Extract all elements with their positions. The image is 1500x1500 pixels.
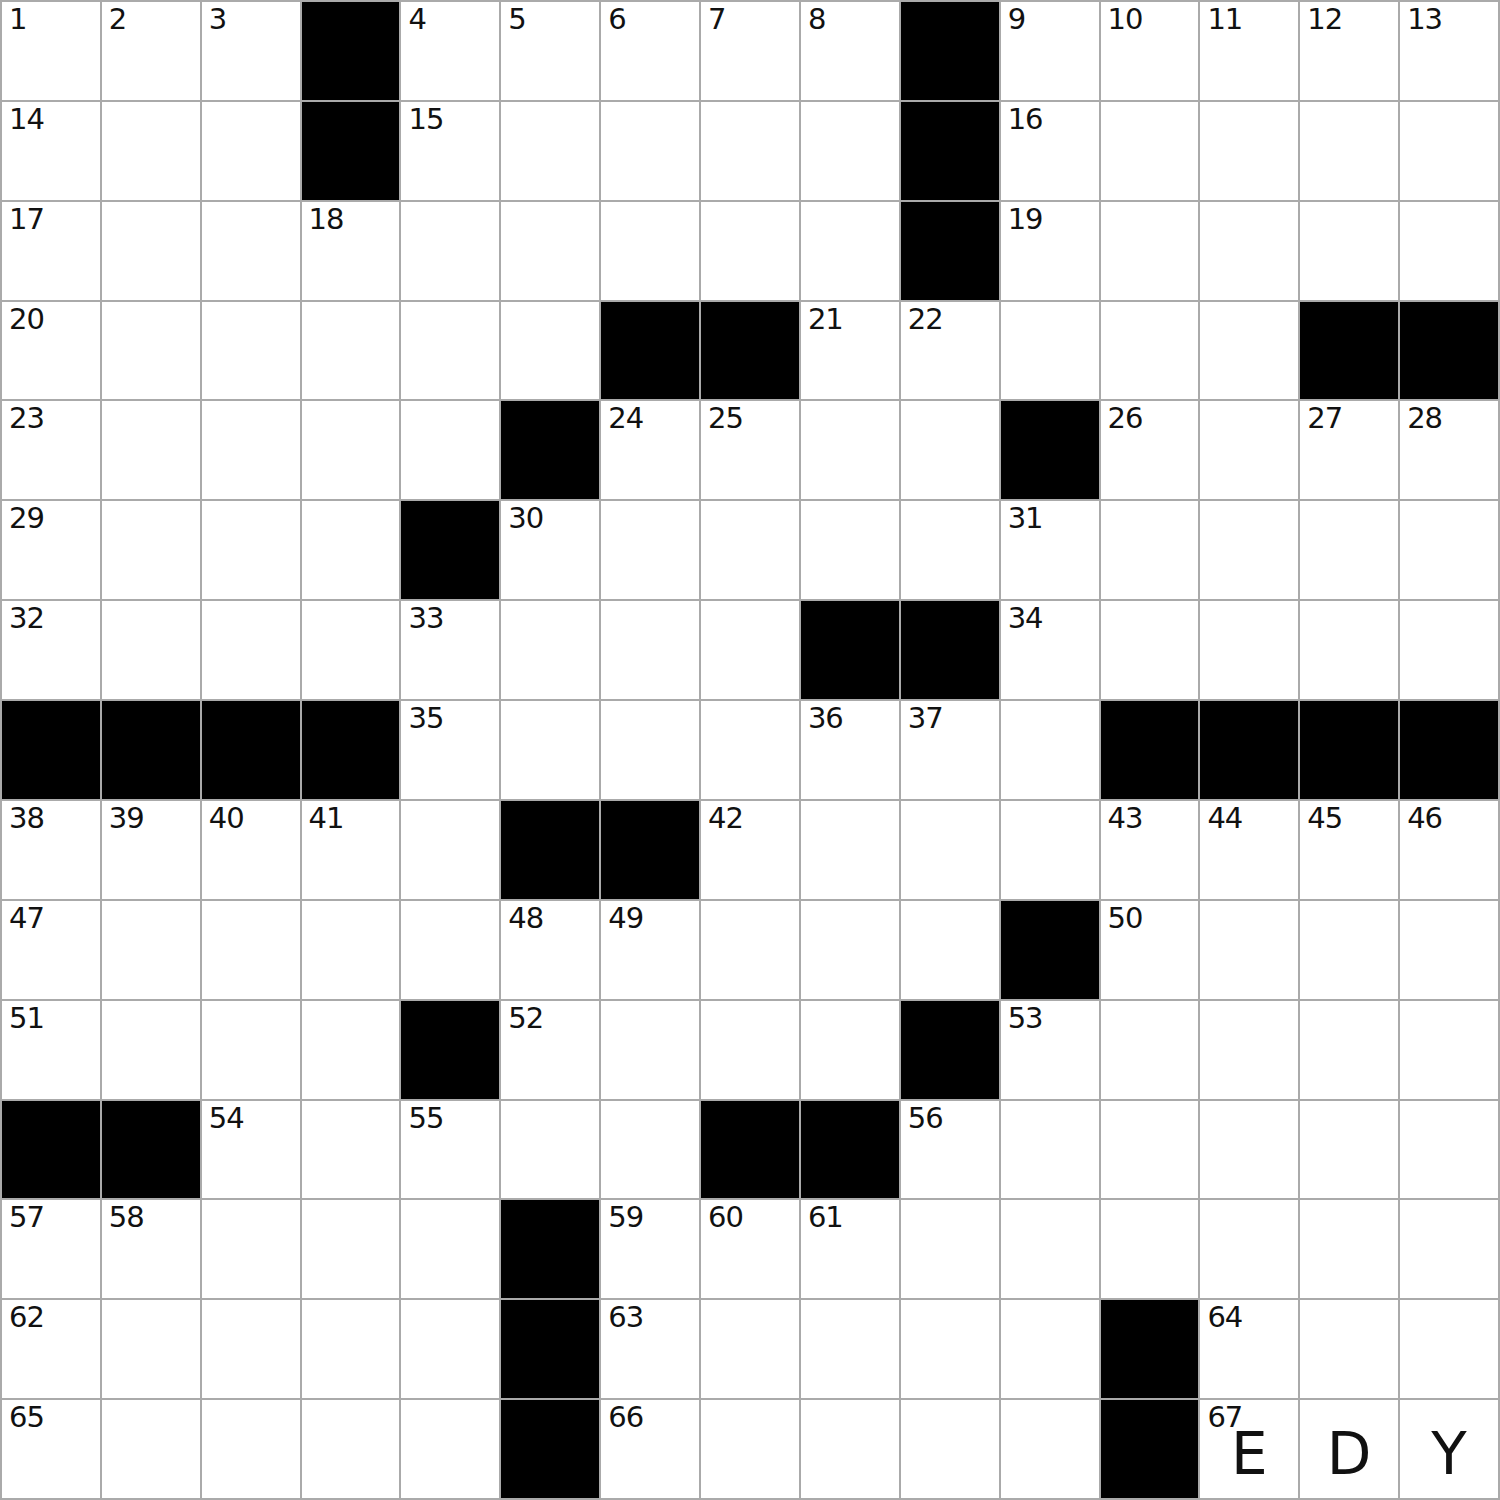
white-cell[interactable]: 1 (2, 2, 100, 100)
white-cell[interactable]: 42 (701, 801, 799, 899)
white-cell[interactable]: 33 (401, 601, 499, 699)
clue-number: 53 (1008, 1003, 1043, 1035)
white-cell[interactable] (302, 1400, 400, 1498)
white-cell[interactable] (302, 1101, 400, 1199)
clue-number: 66 (608, 1402, 643, 1434)
white-cell[interactable] (1001, 302, 1099, 400)
white-cell[interactable] (901, 1400, 999, 1498)
clue-number: 31 (1008, 503, 1043, 535)
clue-number: 19 (1008, 204, 1043, 236)
black-cell (1400, 701, 1498, 799)
white-cell[interactable] (801, 202, 899, 300)
white-cell[interactable] (1300, 202, 1398, 300)
white-cell[interactable] (801, 1400, 899, 1498)
white-cell[interactable] (401, 1400, 499, 1498)
white-cell[interactable]: 25 (701, 401, 799, 499)
black-cell (501, 401, 599, 499)
clue-number: 40 (209, 803, 244, 835)
black-cell (701, 1101, 799, 1199)
white-cell[interactable] (202, 1001, 300, 1099)
clue-number: 64 (1207, 1302, 1242, 1334)
white-cell[interactable] (102, 1300, 200, 1398)
white-cell[interactable] (601, 1001, 699, 1099)
white-cell[interactable]: 5 (501, 2, 599, 100)
white-cell[interactable] (302, 401, 400, 499)
clue-number: 10 (1108, 4, 1143, 36)
white-cell[interactable] (701, 501, 799, 599)
white-cell[interactable] (102, 401, 200, 499)
white-cell[interactable] (102, 601, 200, 699)
clue-number: 25 (708, 403, 743, 435)
white-cell[interactable]: 61 (801, 1200, 899, 1298)
clue-number: 12 (1307, 4, 1342, 36)
white-cell[interactable] (701, 202, 799, 300)
white-cell[interactable] (1101, 601, 1199, 699)
white-cell[interactable]: 47 (2, 901, 100, 999)
clue-number: 6 (608, 4, 625, 36)
black-cell (302, 2, 400, 100)
white-cell[interactable]: 7 (701, 2, 799, 100)
clue-number: 56 (908, 1103, 943, 1135)
clue-number: 4 (408, 4, 425, 36)
white-cell[interactable] (1300, 901, 1398, 999)
clue-number: 50 (1108, 903, 1143, 935)
black-cell (401, 501, 499, 599)
white-cell[interactable]: 50 (1101, 901, 1199, 999)
white-cell[interactable] (801, 901, 899, 999)
clue-number: 18 (309, 204, 344, 236)
white-cell[interactable]: 32 (2, 601, 100, 699)
white-cell[interactable] (1300, 1101, 1398, 1199)
clue-number: 28 (1407, 403, 1442, 435)
white-cell[interactable] (901, 901, 999, 999)
white-cell[interactable] (1200, 1101, 1298, 1199)
white-cell[interactable]: 48 (501, 901, 599, 999)
clue-number: 30 (508, 503, 543, 535)
white-cell[interactable] (1101, 1001, 1199, 1099)
clue-number: 41 (309, 803, 344, 835)
clue-number: 1 (9, 4, 26, 36)
clue-number: 65 (9, 1402, 44, 1434)
white-cell[interactable] (1101, 1200, 1199, 1298)
black-cell (501, 801, 599, 899)
clue-number: 36 (808, 703, 843, 735)
black-cell (601, 801, 699, 899)
white-cell[interactable] (1200, 102, 1298, 200)
black-cell (202, 701, 300, 799)
black-cell (801, 601, 899, 699)
white-cell[interactable] (901, 1200, 999, 1298)
clue-number: 63 (608, 1302, 643, 1334)
white-cell[interactable] (202, 901, 300, 999)
clue-number: 38 (9, 803, 44, 835)
white-cell[interactable] (1400, 102, 1498, 200)
white-cell[interactable] (701, 701, 799, 799)
white-cell[interactable]: 54 (202, 1101, 300, 1199)
white-cell[interactable] (601, 102, 699, 200)
white-cell[interactable] (202, 401, 300, 499)
white-cell[interactable] (302, 601, 400, 699)
white-cell[interactable] (1300, 1001, 1398, 1099)
clue-number: 15 (408, 104, 443, 136)
white-cell[interactable] (1400, 601, 1498, 699)
clue-number: 8 (808, 4, 825, 36)
white-cell[interactable]: 31 (1001, 501, 1099, 599)
white-cell[interactable]: 62 (2, 1300, 100, 1398)
white-cell[interactable] (102, 1400, 200, 1498)
white-cell[interactable] (102, 302, 200, 400)
white-cell[interactable] (202, 302, 300, 400)
black-cell (1300, 302, 1398, 400)
clue-number: 48 (508, 903, 543, 935)
white-cell[interactable] (1300, 501, 1398, 599)
white-cell[interactable]: 58 (102, 1200, 200, 1298)
white-cell[interactable] (1101, 102, 1199, 200)
white-cell[interactable] (1300, 102, 1398, 200)
black-cell (901, 1001, 999, 1099)
white-cell[interactable] (102, 202, 200, 300)
white-cell[interactable]: 43 (1101, 801, 1199, 899)
white-cell[interactable] (701, 102, 799, 200)
white-cell[interactable]: 51 (2, 1001, 100, 1099)
black-cell (701, 302, 799, 400)
white-cell[interactable]: 17 (2, 202, 100, 300)
clue-number: 21 (808, 304, 843, 336)
white-cell[interactable] (501, 202, 599, 300)
black-cell (1101, 1400, 1199, 1498)
white-cell[interactable] (202, 102, 300, 200)
white-cell[interactable] (401, 1300, 499, 1398)
black-cell (401, 1001, 499, 1099)
white-cell[interactable] (102, 1001, 200, 1099)
clue-number: 7 (708, 4, 725, 36)
white-cell[interactable] (202, 1400, 300, 1498)
black-cell (901, 2, 999, 100)
clue-number: 52 (508, 1003, 543, 1035)
black-cell (501, 1300, 599, 1398)
white-cell[interactable] (801, 1300, 899, 1398)
clue-number: 16 (1008, 104, 1043, 136)
clue-number: 27 (1307, 403, 1342, 435)
clue-number: 29 (9, 503, 44, 535)
black-cell (102, 701, 200, 799)
black-cell (1101, 1300, 1199, 1398)
white-cell[interactable]: 40 (202, 801, 300, 899)
white-cell[interactable] (302, 501, 400, 599)
white-cell[interactable]: 39 (102, 801, 200, 899)
clue-number: 51 (9, 1003, 44, 1035)
white-cell[interactable] (501, 1101, 599, 1199)
white-cell[interactable]: 12 (1300, 2, 1398, 100)
black-cell (302, 102, 400, 200)
clue-number: 57 (9, 1202, 44, 1234)
white-cell[interactable] (901, 501, 999, 599)
white-cell[interactable] (601, 202, 699, 300)
clue-number: 45 (1307, 803, 1342, 835)
white-cell[interactable]: 4 (401, 2, 499, 100)
white-cell[interactable] (601, 701, 699, 799)
white-cell[interactable] (601, 501, 699, 599)
white-cell[interactable]: 15 (401, 102, 499, 200)
white-cell[interactable]: 36 (801, 701, 899, 799)
crossword-board: 1234567891011121314151617181920212223242… (0, 0, 1500, 1500)
white-cell[interactable] (202, 1200, 300, 1298)
clue-number: 34 (1008, 603, 1043, 635)
white-cell[interactable]: 65 (2, 1400, 100, 1498)
clue-number: 32 (9, 603, 44, 635)
white-cell[interactable]: 67E (1200, 1400, 1298, 1498)
white-cell[interactable] (701, 1400, 799, 1498)
white-cell[interactable]: D (1300, 1400, 1398, 1498)
white-cell[interactable] (701, 901, 799, 999)
white-cell[interactable] (302, 302, 400, 400)
clue-number: 37 (908, 703, 943, 735)
white-cell[interactable] (1001, 1400, 1099, 1498)
white-cell[interactable] (901, 801, 999, 899)
white-cell[interactable] (1300, 601, 1398, 699)
white-cell[interactable] (401, 1200, 499, 1298)
clue-number: 17 (9, 204, 44, 236)
white-cell[interactable]: 6 (601, 2, 699, 100)
white-cell[interactable]: 60 (701, 1200, 799, 1298)
white-cell[interactable] (1001, 801, 1099, 899)
black-cell (601, 302, 699, 400)
white-cell[interactable]: 3 (202, 2, 300, 100)
fill-letter: Y (1400, 1400, 1498, 1498)
white-cell[interactable] (501, 701, 599, 799)
clue-number: 35 (408, 703, 443, 735)
white-cell[interactable] (1400, 901, 1498, 999)
white-cell[interactable]: 8 (801, 2, 899, 100)
fill-letter: E (1200, 1400, 1298, 1498)
clue-number: 44 (1207, 803, 1242, 835)
black-cell (1400, 302, 1498, 400)
white-cell[interactable]: 66 (601, 1400, 699, 1498)
white-cell[interactable]: 24 (601, 401, 699, 499)
black-cell (1001, 901, 1099, 999)
white-cell[interactable] (701, 1300, 799, 1398)
white-cell[interactable] (1400, 1101, 1498, 1199)
white-cell[interactable] (501, 102, 599, 200)
white-cell[interactable]: 27 (1300, 401, 1398, 499)
white-cell[interactable]: 35 (401, 701, 499, 799)
white-cell[interactable] (1200, 401, 1298, 499)
white-cell[interactable] (302, 1300, 400, 1398)
white-cell[interactable] (1400, 1001, 1498, 1099)
white-cell[interactable] (1200, 1200, 1298, 1298)
white-cell[interactable]: 53 (1001, 1001, 1099, 1099)
white-cell[interactable]: 30 (501, 501, 599, 599)
white-cell[interactable]: 52 (501, 1001, 599, 1099)
white-cell[interactable] (401, 302, 499, 400)
black-cell (1101, 701, 1199, 799)
white-cell[interactable]: 34 (1001, 601, 1099, 699)
white-cell[interactable] (401, 901, 499, 999)
white-cell[interactable] (102, 501, 200, 599)
white-cell[interactable]: 41 (302, 801, 400, 899)
white-cell[interactable] (1001, 701, 1099, 799)
white-cell[interactable] (1300, 1200, 1398, 1298)
clue-number: 14 (9, 104, 44, 136)
white-cell[interactable] (401, 401, 499, 499)
white-cell[interactable] (601, 1101, 699, 1199)
clue-number: 61 (808, 1202, 843, 1234)
black-cell (901, 202, 999, 300)
white-cell[interactable]: 22 (901, 302, 999, 400)
black-cell (501, 1200, 599, 1298)
white-cell[interactable] (1101, 501, 1199, 599)
clue-number: 23 (9, 403, 44, 435)
white-cell[interactable]: 59 (601, 1200, 699, 1298)
white-cell[interactable]: 19 (1001, 202, 1099, 300)
clue-number: 55 (408, 1103, 443, 1135)
clue-number: 33 (408, 603, 443, 635)
white-cell[interactable] (701, 601, 799, 699)
white-cell[interactable] (701, 1001, 799, 1099)
white-cell[interactable] (1001, 1101, 1099, 1199)
clue-number: 43 (1108, 803, 1143, 835)
fill-letter: D (1300, 1400, 1398, 1498)
white-cell[interactable] (1001, 1300, 1099, 1398)
white-cell[interactable]: 64 (1200, 1300, 1298, 1398)
white-cell[interactable] (801, 501, 899, 599)
white-cell[interactable] (1101, 202, 1199, 300)
black-cell (1200, 701, 1298, 799)
clue-number: 62 (9, 1302, 44, 1334)
white-cell[interactable]: 18 (302, 202, 400, 300)
white-cell[interactable] (302, 1200, 400, 1298)
white-cell[interactable] (1200, 901, 1298, 999)
clue-number: 13 (1407, 4, 1442, 36)
clue-number: 11 (1207, 4, 1242, 36)
white-cell[interactable] (202, 601, 300, 699)
white-cell[interactable]: 28 (1400, 401, 1498, 499)
white-cell[interactable]: 37 (901, 701, 999, 799)
white-cell[interactable]: 21 (801, 302, 899, 400)
black-cell (1300, 701, 1398, 799)
white-cell[interactable]: 20 (2, 302, 100, 400)
black-cell (302, 701, 400, 799)
black-cell (901, 102, 999, 200)
white-cell[interactable] (102, 901, 200, 999)
white-cell[interactable] (1400, 501, 1498, 599)
white-cell[interactable]: 9 (1001, 2, 1099, 100)
white-cell[interactable]: 29 (2, 501, 100, 599)
white-cell[interactable] (1300, 1300, 1398, 1398)
clue-number: 9 (1008, 4, 1025, 36)
clue-number: 39 (109, 803, 144, 835)
clue-number: 3 (209, 4, 226, 36)
white-cell[interactable]: 38 (2, 801, 100, 899)
black-cell (1001, 401, 1099, 499)
clue-number: 20 (9, 304, 44, 336)
white-cell[interactable] (1400, 1200, 1498, 1298)
clue-number: 5 (508, 4, 525, 36)
white-cell[interactable] (901, 1300, 999, 1398)
white-cell[interactable]: 10 (1101, 2, 1199, 100)
black-cell (2, 701, 100, 799)
clue-number: 26 (1108, 403, 1143, 435)
white-cell[interactable] (801, 401, 899, 499)
black-cell (801, 1101, 899, 1199)
white-cell[interactable] (1200, 601, 1298, 699)
white-cell[interactable]: 2 (102, 2, 200, 100)
white-cell[interactable] (1400, 1300, 1498, 1398)
white-cell[interactable] (302, 1001, 400, 1099)
white-cell[interactable] (401, 801, 499, 899)
black-cell (901, 601, 999, 699)
white-cell[interactable]: 11 (1200, 2, 1298, 100)
clue-number: 47 (9, 903, 44, 935)
white-cell[interactable]: 23 (2, 401, 100, 499)
white-cell[interactable]: 49 (601, 901, 699, 999)
white-cell[interactable] (1001, 1200, 1099, 1298)
white-cell[interactable]: 26 (1101, 401, 1199, 499)
clue-number: 59 (608, 1202, 643, 1234)
white-cell[interactable] (501, 302, 599, 400)
white-cell[interactable]: 55 (401, 1101, 499, 1199)
white-cell[interactable] (202, 202, 300, 300)
white-cell[interactable]: 56 (901, 1101, 999, 1199)
clue-number: 22 (908, 304, 943, 336)
white-cell[interactable]: 44 (1200, 801, 1298, 899)
white-cell[interactable] (601, 601, 699, 699)
white-cell[interactable] (801, 102, 899, 200)
clue-number: 60 (708, 1202, 743, 1234)
clue-number: 46 (1407, 803, 1442, 835)
white-cell[interactable]: Y (1400, 1400, 1498, 1498)
white-cell[interactable] (1101, 302, 1199, 400)
white-cell[interactable]: 63 (601, 1300, 699, 1398)
white-cell[interactable] (302, 901, 400, 999)
white-cell[interactable] (801, 801, 899, 899)
white-cell[interactable]: 45 (1300, 801, 1398, 899)
white-cell[interactable] (202, 1300, 300, 1398)
white-cell[interactable] (801, 1001, 899, 1099)
white-cell[interactable] (202, 501, 300, 599)
white-cell[interactable] (901, 401, 999, 499)
clue-number: 58 (109, 1202, 144, 1234)
clue-number: 49 (608, 903, 643, 935)
clue-number: 42 (708, 803, 743, 835)
white-cell[interactable] (1200, 202, 1298, 300)
white-cell[interactable]: 57 (2, 1200, 100, 1298)
white-cell[interactable] (1101, 1101, 1199, 1199)
white-cell[interactable] (1400, 202, 1498, 300)
white-cell[interactable]: 13 (1400, 2, 1498, 100)
black-cell (2, 1101, 100, 1199)
black-cell (102, 1101, 200, 1199)
clue-number: 24 (608, 403, 643, 435)
white-cell[interactable] (501, 601, 599, 699)
white-cell[interactable] (1200, 302, 1298, 400)
white-cell[interactable]: 14 (2, 102, 100, 200)
white-cell[interactable]: 46 (1400, 801, 1498, 899)
white-cell[interactable] (1200, 501, 1298, 599)
black-cell (501, 1400, 599, 1498)
clue-number: 54 (209, 1103, 244, 1135)
white-cell[interactable] (102, 102, 200, 200)
white-cell[interactable] (401, 202, 499, 300)
white-cell[interactable]: 16 (1001, 102, 1099, 200)
clue-number: 2 (109, 4, 126, 36)
white-cell[interactable] (1200, 1001, 1298, 1099)
